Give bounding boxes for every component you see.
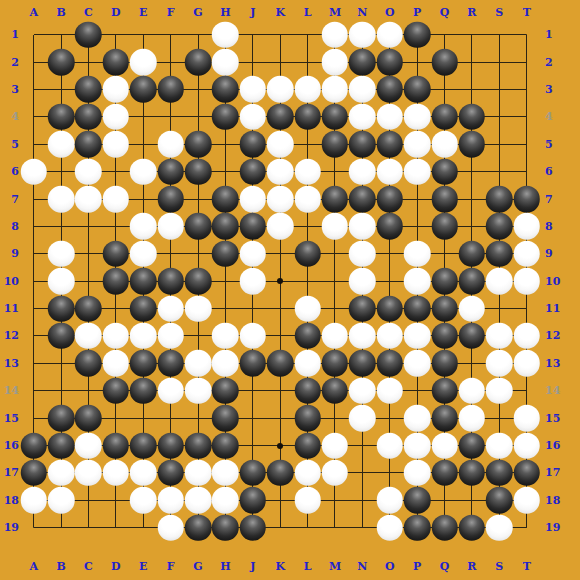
point-N15[interactable] [349,404,376,431]
point-P13[interactable] [403,350,430,377]
point-K7[interactable] [267,185,294,212]
point-O10[interactable] [376,268,403,295]
point-L4[interactable] [294,103,321,130]
point-T2[interactable] [513,48,540,75]
point-P10[interactable] [403,268,430,295]
point-O1[interactable] [376,21,403,48]
point-F7[interactable] [157,185,184,212]
point-K16[interactable] [267,432,294,459]
point-J18[interactable] [239,487,266,514]
point-H3[interactable] [212,76,239,103]
point-B15[interactable] [47,404,74,431]
point-J13[interactable] [239,350,266,377]
point-E19[interactable] [130,514,157,541]
point-T4[interactable] [513,103,540,130]
point-B5[interactable] [47,131,74,158]
point-T1[interactable] [513,21,540,48]
point-E7[interactable] [130,185,157,212]
point-D13[interactable] [102,350,129,377]
point-E9[interactable] [130,240,157,267]
point-M14[interactable] [321,377,348,404]
point-L10[interactable] [294,268,321,295]
point-Q16[interactable] [431,432,458,459]
point-C12[interactable] [75,322,102,349]
point-N5[interactable] [349,131,376,158]
point-T15[interactable] [513,404,540,431]
point-L1[interactable] [294,21,321,48]
point-F18[interactable] [157,487,184,514]
point-T13[interactable] [513,350,540,377]
point-H6[interactable] [212,158,239,185]
point-G18[interactable] [184,487,211,514]
point-G2[interactable] [184,48,211,75]
point-R8[interactable] [458,213,485,240]
point-H4[interactable] [212,103,239,130]
point-R15[interactable] [458,404,485,431]
point-D10[interactable] [102,268,129,295]
point-T10[interactable] [513,268,540,295]
point-D17[interactable] [102,459,129,486]
point-S3[interactable] [486,76,513,103]
point-K1[interactable] [267,21,294,48]
point-B1[interactable] [47,21,74,48]
point-Q9[interactable] [431,240,458,267]
point-P12[interactable] [403,322,430,349]
point-H1[interactable] [212,21,239,48]
point-B8[interactable] [47,213,74,240]
point-A3[interactable] [20,76,47,103]
point-A4[interactable] [20,103,47,130]
point-M8[interactable] [321,213,348,240]
point-B11[interactable] [47,295,74,322]
point-L2[interactable] [294,48,321,75]
point-T5[interactable] [513,131,540,158]
point-N9[interactable] [349,240,376,267]
point-O9[interactable] [376,240,403,267]
point-F6[interactable] [157,158,184,185]
point-R19[interactable] [458,514,485,541]
point-C19[interactable] [75,514,102,541]
point-F17[interactable] [157,459,184,486]
point-T9[interactable] [513,240,540,267]
point-R17[interactable] [458,459,485,486]
point-Q8[interactable] [431,213,458,240]
point-G6[interactable] [184,158,211,185]
point-N11[interactable] [349,295,376,322]
point-E15[interactable] [130,404,157,431]
point-L9[interactable] [294,240,321,267]
point-A19[interactable] [20,514,47,541]
point-Q7[interactable] [431,185,458,212]
point-K3[interactable] [267,76,294,103]
point-K15[interactable] [267,404,294,431]
point-Q17[interactable] [431,459,458,486]
point-C7[interactable] [75,185,102,212]
point-E3[interactable] [130,76,157,103]
point-L14[interactable] [294,377,321,404]
point-N10[interactable] [349,268,376,295]
point-S7[interactable] [486,185,513,212]
point-N16[interactable] [349,432,376,459]
point-H8[interactable] [212,213,239,240]
point-Q13[interactable] [431,350,458,377]
point-M7[interactable] [321,185,348,212]
point-A17[interactable] [20,459,47,486]
point-R14[interactable] [458,377,485,404]
point-H7[interactable] [212,185,239,212]
point-T19[interactable] [513,514,540,541]
point-T16[interactable] [513,432,540,459]
point-D16[interactable] [102,432,129,459]
point-M19[interactable] [321,514,348,541]
point-S8[interactable] [486,213,513,240]
point-K6[interactable] [267,158,294,185]
point-S2[interactable] [486,48,513,75]
point-G11[interactable] [184,295,211,322]
point-Q3[interactable] [431,76,458,103]
point-F1[interactable] [157,21,184,48]
point-N19[interactable] [349,514,376,541]
point-R12[interactable] [458,322,485,349]
point-M6[interactable] [321,158,348,185]
point-R1[interactable] [458,21,485,48]
point-K5[interactable] [267,131,294,158]
point-H18[interactable] [212,487,239,514]
point-N4[interactable] [349,103,376,130]
point-D8[interactable] [102,213,129,240]
point-H12[interactable] [212,322,239,349]
point-Q14[interactable] [431,377,458,404]
point-M10[interactable] [321,268,348,295]
point-J19[interactable] [239,514,266,541]
point-A8[interactable] [20,213,47,240]
point-R18[interactable] [458,487,485,514]
point-T3[interactable] [513,76,540,103]
point-T7[interactable] [513,185,540,212]
point-C11[interactable] [75,295,102,322]
point-O7[interactable] [376,185,403,212]
point-O11[interactable] [376,295,403,322]
point-J10[interactable] [239,268,266,295]
point-A11[interactable] [20,295,47,322]
point-J15[interactable] [239,404,266,431]
point-C4[interactable] [75,103,102,130]
point-H17[interactable] [212,459,239,486]
point-M5[interactable] [321,131,348,158]
point-E18[interactable] [130,487,157,514]
point-T17[interactable] [513,459,540,486]
point-E17[interactable] [130,459,157,486]
point-H14[interactable] [212,377,239,404]
point-R5[interactable] [458,131,485,158]
point-O12[interactable] [376,322,403,349]
point-B9[interactable] [47,240,74,267]
point-C2[interactable] [75,48,102,75]
point-S5[interactable] [486,131,513,158]
point-S6[interactable] [486,158,513,185]
point-M12[interactable] [321,322,348,349]
point-E4[interactable] [130,103,157,130]
point-D1[interactable] [102,21,129,48]
point-Q6[interactable] [431,158,458,185]
point-N17[interactable] [349,459,376,486]
point-T18[interactable] [513,487,540,514]
point-N18[interactable] [349,487,376,514]
point-G12[interactable] [184,322,211,349]
point-E8[interactable] [130,213,157,240]
point-E6[interactable] [130,158,157,185]
point-C10[interactable] [75,268,102,295]
point-H2[interactable] [212,48,239,75]
point-D18[interactable] [102,487,129,514]
point-O6[interactable] [376,158,403,185]
point-A13[interactable] [20,350,47,377]
point-D9[interactable] [102,240,129,267]
point-P9[interactable] [403,240,430,267]
point-P4[interactable] [403,103,430,130]
point-A18[interactable] [20,487,47,514]
point-L3[interactable] [294,76,321,103]
point-O13[interactable] [376,350,403,377]
point-R16[interactable] [458,432,485,459]
point-P6[interactable] [403,158,430,185]
point-J17[interactable] [239,459,266,486]
point-D14[interactable] [102,377,129,404]
point-D15[interactable] [102,404,129,431]
point-E16[interactable] [130,432,157,459]
point-D4[interactable] [102,103,129,130]
point-A15[interactable] [20,404,47,431]
point-F8[interactable] [157,213,184,240]
point-G19[interactable] [184,514,211,541]
point-Q12[interactable] [431,322,458,349]
point-N7[interactable] [349,185,376,212]
point-L15[interactable] [294,404,321,431]
point-F13[interactable] [157,350,184,377]
point-E2[interactable] [130,48,157,75]
point-K8[interactable] [267,213,294,240]
point-R2[interactable] [458,48,485,75]
point-N14[interactable] [349,377,376,404]
point-G4[interactable] [184,103,211,130]
point-N12[interactable] [349,322,376,349]
point-T14[interactable] [513,377,540,404]
point-T11[interactable] [513,295,540,322]
point-K10[interactable] [267,268,294,295]
point-B12[interactable] [47,322,74,349]
point-R4[interactable] [458,103,485,130]
point-S15[interactable] [486,404,513,431]
point-H5[interactable] [212,131,239,158]
point-R13[interactable] [458,350,485,377]
point-O8[interactable] [376,213,403,240]
point-P11[interactable] [403,295,430,322]
point-G10[interactable] [184,268,211,295]
point-T6[interactable] [513,158,540,185]
point-A16[interactable] [20,432,47,459]
point-B7[interactable] [47,185,74,212]
point-D6[interactable] [102,158,129,185]
point-O18[interactable] [376,487,403,514]
point-S17[interactable] [486,459,513,486]
point-P5[interactable] [403,131,430,158]
point-B6[interactable] [47,158,74,185]
point-N1[interactable] [349,21,376,48]
point-P2[interactable] [403,48,430,75]
point-M15[interactable] [321,404,348,431]
point-O4[interactable] [376,103,403,130]
point-C16[interactable] [75,432,102,459]
point-C18[interactable] [75,487,102,514]
point-C13[interactable] [75,350,102,377]
point-B13[interactable] [47,350,74,377]
point-D5[interactable] [102,131,129,158]
point-P1[interactable] [403,21,430,48]
point-S4[interactable] [486,103,513,130]
point-K2[interactable] [267,48,294,75]
point-K9[interactable] [267,240,294,267]
point-K14[interactable] [267,377,294,404]
point-J16[interactable] [239,432,266,459]
point-B4[interactable] [47,103,74,130]
point-C14[interactable] [75,377,102,404]
point-K11[interactable] [267,295,294,322]
point-Q2[interactable] [431,48,458,75]
point-J14[interactable] [239,377,266,404]
point-M11[interactable] [321,295,348,322]
point-P14[interactable] [403,377,430,404]
point-G14[interactable] [184,377,211,404]
point-G9[interactable] [184,240,211,267]
point-A6[interactable] [20,158,47,185]
point-G17[interactable] [184,459,211,486]
point-K19[interactable] [267,514,294,541]
point-S18[interactable] [486,487,513,514]
point-E10[interactable] [130,268,157,295]
point-O2[interactable] [376,48,403,75]
point-L6[interactable] [294,158,321,185]
point-G13[interactable] [184,350,211,377]
point-A9[interactable] [20,240,47,267]
point-J7[interactable] [239,185,266,212]
point-S14[interactable] [486,377,513,404]
point-Q19[interactable] [431,514,458,541]
point-F4[interactable] [157,103,184,130]
point-J1[interactable] [239,21,266,48]
point-B19[interactable] [47,514,74,541]
point-P18[interactable] [403,487,430,514]
point-S1[interactable] [486,21,513,48]
point-T12[interactable] [513,322,540,349]
point-M4[interactable] [321,103,348,130]
point-D19[interactable] [102,514,129,541]
point-R9[interactable] [458,240,485,267]
point-H19[interactable] [212,514,239,541]
point-N3[interactable] [349,76,376,103]
point-F9[interactable] [157,240,184,267]
point-M9[interactable] [321,240,348,267]
point-R11[interactable] [458,295,485,322]
point-F14[interactable] [157,377,184,404]
point-R6[interactable] [458,158,485,185]
point-C5[interactable] [75,131,102,158]
point-O19[interactable] [376,514,403,541]
point-B17[interactable] [47,459,74,486]
point-F11[interactable] [157,295,184,322]
point-N2[interactable] [349,48,376,75]
point-A14[interactable] [20,377,47,404]
point-S12[interactable] [486,322,513,349]
point-F10[interactable] [157,268,184,295]
point-K17[interactable] [267,459,294,486]
point-F15[interactable] [157,404,184,431]
point-B2[interactable] [47,48,74,75]
point-M1[interactable] [321,21,348,48]
point-M18[interactable] [321,487,348,514]
point-J11[interactable] [239,295,266,322]
point-O3[interactable] [376,76,403,103]
point-D7[interactable] [102,185,129,212]
point-B3[interactable] [47,76,74,103]
point-G8[interactable] [184,213,211,240]
point-Q5[interactable] [431,131,458,158]
point-K13[interactable] [267,350,294,377]
point-A12[interactable] [20,322,47,349]
point-G5[interactable] [184,131,211,158]
point-L12[interactable] [294,322,321,349]
point-H10[interactable] [212,268,239,295]
point-L18[interactable] [294,487,321,514]
point-E11[interactable] [130,295,157,322]
point-Q18[interactable] [431,487,458,514]
point-G3[interactable] [184,76,211,103]
point-F2[interactable] [157,48,184,75]
point-F3[interactable] [157,76,184,103]
point-Q1[interactable] [431,21,458,48]
point-C8[interactable] [75,213,102,240]
point-S19[interactable] [486,514,513,541]
point-L8[interactable] [294,213,321,240]
point-J8[interactable] [239,213,266,240]
point-A10[interactable] [20,268,47,295]
point-O16[interactable] [376,432,403,459]
point-H11[interactable] [212,295,239,322]
point-O15[interactable] [376,404,403,431]
point-E13[interactable] [130,350,157,377]
point-K12[interactable] [267,322,294,349]
point-J4[interactable] [239,103,266,130]
point-A7[interactable] [20,185,47,212]
point-K4[interactable] [267,103,294,130]
point-P7[interactable] [403,185,430,212]
point-B14[interactable] [47,377,74,404]
point-M3[interactable] [321,76,348,103]
point-M2[interactable] [321,48,348,75]
point-J9[interactable] [239,240,266,267]
point-F5[interactable] [157,131,184,158]
point-J5[interactable] [239,131,266,158]
point-G16[interactable] [184,432,211,459]
point-C1[interactable] [75,21,102,48]
point-E5[interactable] [130,131,157,158]
point-A5[interactable] [20,131,47,158]
point-T8[interactable] [513,213,540,240]
point-D3[interactable] [102,76,129,103]
point-R7[interactable] [458,185,485,212]
point-L11[interactable] [294,295,321,322]
point-N8[interactable] [349,213,376,240]
point-L16[interactable] [294,432,321,459]
